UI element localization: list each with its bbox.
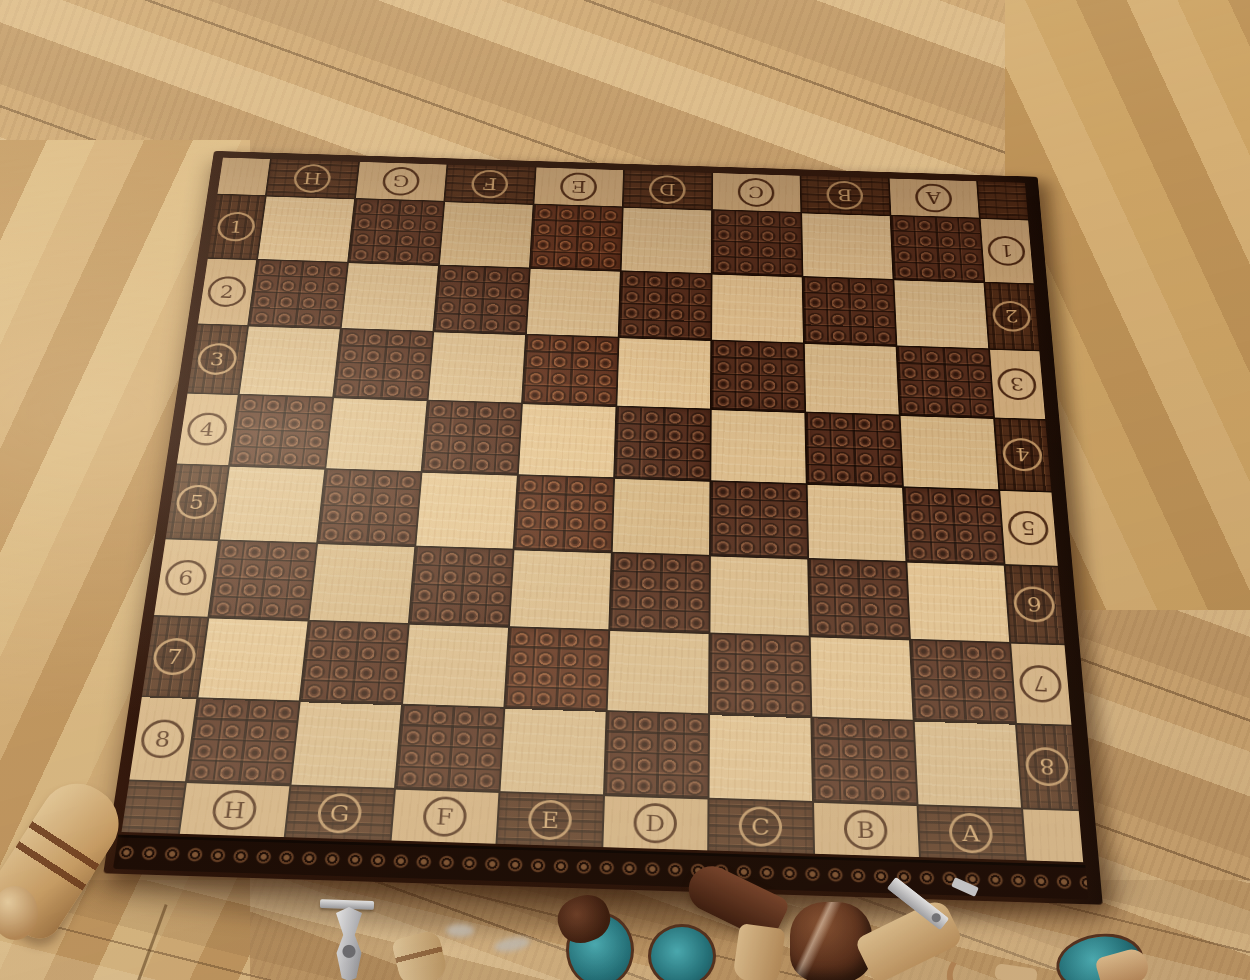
frame-cell-right-1: 1 (980, 219, 1033, 283)
coordinate-label-right-4: 4 (1002, 438, 1044, 472)
square-g1 (349, 199, 443, 264)
frame-cell-bottom-D: D (603, 796, 707, 850)
frame-cell-right-3: 3 (990, 350, 1045, 419)
square-b4 (806, 413, 902, 486)
coordinate-label-left-7: 7 (151, 638, 198, 676)
coordinate-label-right-3: 3 (997, 368, 1038, 401)
coordinate-label-right-8: 8 (1024, 747, 1070, 787)
coordinate-label-bottom-G: G (316, 793, 363, 834)
square-d7 (607, 631, 708, 713)
frame-cell-top-C: C (712, 173, 800, 212)
square-f1 (439, 202, 532, 267)
frame-cell-right-5: 5 (1000, 491, 1058, 566)
square-a7 (910, 640, 1014, 723)
wooden-chess-board: HGFEDCBA1122334455667788HGFEDCBA (103, 151, 1103, 905)
coordinate-label-right-1: 1 (987, 236, 1026, 267)
square-e6 (510, 550, 611, 629)
square-b2 (803, 277, 895, 345)
square-e4 (518, 404, 615, 477)
frame-cell-left-8: 8 (129, 697, 196, 781)
frame-cell-bottom-A: A (918, 806, 1024, 860)
frame-cell-bottom-B: B (814, 803, 919, 857)
square-a1 (891, 216, 983, 282)
coordinate-label-bottom-H: H (210, 789, 258, 830)
square-a6 (907, 563, 1009, 642)
square-g4 (326, 398, 426, 471)
square-e2 (526, 269, 619, 337)
frame-cell-top-H: H (266, 159, 358, 198)
square-c8 (709, 715, 812, 801)
square-a2 (894, 280, 988, 348)
square-h5 (219, 467, 323, 543)
square-e8 (500, 709, 605, 795)
dust-lint (446, 924, 474, 937)
square-c1 (712, 211, 801, 276)
frame-cell-top-E: E (534, 167, 623, 206)
square-h1 (258, 197, 354, 262)
square-c5 (710, 482, 806, 558)
square-b3 (804, 344, 898, 415)
coordinate-label-left-1: 1 (216, 212, 257, 242)
frame-cell-bottom-C: C (709, 800, 813, 854)
square-g3 (334, 329, 432, 399)
square-c7 (709, 634, 809, 716)
square-c4 (711, 410, 805, 483)
photo-scene: HGFEDCBA1122334455667788HGFEDCBA (0, 0, 1250, 980)
frame-cell-left-7: 7 (142, 617, 207, 698)
coordinate-label-left-4: 4 (185, 412, 229, 446)
square-e1 (530, 205, 621, 270)
coordinate-label-bottom-B: B (843, 809, 888, 850)
frame-cell-bottom-G: G (285, 786, 393, 840)
square-f8 (396, 705, 503, 791)
square-f2 (434, 266, 529, 334)
coordinate-label-bottom-A: A (948, 812, 994, 853)
square-h4 (230, 395, 332, 468)
square-g8 (291, 702, 400, 788)
frame-corner (1023, 809, 1083, 862)
square-b6 (809, 560, 909, 639)
square-f6 (409, 547, 512, 626)
coordinate-label-left-2: 2 (206, 276, 248, 308)
coordinate-label-left-6: 6 (163, 559, 209, 596)
square-d5 (612, 479, 709, 555)
square-f4 (422, 401, 521, 474)
coordinate-label-right-6: 6 (1013, 586, 1057, 623)
square-b1 (802, 213, 892, 279)
coordinate-label-top-A: A (915, 183, 953, 213)
coordinate-label-top-H: H (292, 164, 332, 194)
square-h6 (209, 541, 316, 620)
coordinate-label-bottom-C: C (739, 806, 783, 847)
coordinate-label-right-5: 5 (1007, 510, 1050, 546)
frame-cell-right-4: 4 (995, 419, 1051, 491)
coordinate-label-top-C: C (738, 178, 775, 208)
frame-cell-left-2: 2 (198, 259, 256, 325)
frame-cell-top-B: B (801, 176, 889, 215)
coordinate-label-bottom-F: F (422, 796, 468, 837)
frame-cell-bottom-F: F (391, 790, 498, 844)
square-d8 (605, 712, 708, 798)
square-e3 (522, 335, 617, 405)
square-g7 (300, 622, 407, 704)
square-f3 (428, 332, 525, 402)
coordinate-label-left-5: 5 (174, 484, 219, 519)
frame-cell-left-5: 5 (165, 465, 227, 539)
offboard-piece-felt-base-2 (648, 924, 716, 980)
frame-cell-right-2: 2 (985, 283, 1039, 350)
coordinate-label-right-7: 7 (1018, 665, 1063, 703)
square-c3 (711, 341, 804, 411)
square-h3 (239, 326, 339, 396)
coordinate-label-top-G: G (381, 167, 420, 197)
square-b7 (810, 637, 912, 719)
offboard-piece-light-cork (732, 923, 785, 980)
board-frame: HGFEDCBA1122334455667788HGFEDCBA (103, 151, 1103, 905)
square-a3 (897, 347, 993, 418)
coordinate-label-top-D: D (649, 175, 686, 205)
frame-cell-top-D: D (623, 170, 711, 209)
square-a8 (914, 722, 1020, 808)
coordinate-label-top-E: E (560, 172, 598, 202)
coordinate-label-right-2: 2 (992, 300, 1032, 332)
frame-cell-left-3: 3 (187, 325, 246, 394)
frame-cell-bottom-H: H (179, 783, 288, 837)
square-f5 (416, 473, 517, 549)
square-d1 (621, 208, 711, 273)
square-a5 (903, 488, 1003, 564)
square-d6 (610, 553, 709, 632)
frame-cell-bottom-E: E (497, 793, 603, 847)
frame-cell-left-1: 1 (208, 195, 265, 259)
frame-cell-right-7: 7 (1011, 644, 1071, 725)
coordinate-label-top-B: B (826, 180, 863, 210)
square-h2 (249, 260, 347, 328)
chess-board-grid: HGFEDCBA1122334455667788HGFEDCBA (121, 158, 1083, 863)
frame-cell-top-A: A (889, 179, 978, 218)
square-b8 (812, 718, 916, 804)
frame-corner (977, 181, 1027, 219)
coordinate-label-left-3: 3 (196, 343, 239, 376)
frame-cell-left-6: 6 (154, 539, 218, 616)
square-e7 (505, 628, 608, 710)
square-b5 (807, 485, 905, 561)
frame-corner (121, 781, 184, 833)
square-d3 (617, 338, 710, 408)
frame-corner (217, 158, 269, 196)
frame-cell-top-F: F (445, 165, 535, 204)
square-h7 (198, 618, 307, 700)
coordinate-label-bottom-E: E (527, 799, 572, 840)
square-a4 (900, 416, 998, 489)
coordinate-label-bottom-D: D (633, 803, 677, 844)
square-c6 (710, 556, 808, 635)
square-g2 (341, 263, 437, 331)
coordinate-label-left-8: 8 (139, 719, 187, 759)
frame-cell-right-6: 6 (1005, 566, 1064, 644)
square-g6 (309, 544, 414, 623)
square-g5 (318, 470, 421, 546)
square-d2 (619, 272, 710, 340)
square-h8 (187, 699, 299, 785)
frame-cell-left-4: 4 (176, 394, 237, 466)
coordinate-label-top-F: F (470, 169, 509, 199)
square-d4 (615, 407, 710, 480)
frame-cell-right-8: 8 (1017, 725, 1079, 810)
frame-cell-top-G: G (356, 162, 447, 201)
square-c2 (712, 275, 803, 343)
square-f7 (403, 625, 508, 707)
square-e5 (514, 476, 613, 552)
